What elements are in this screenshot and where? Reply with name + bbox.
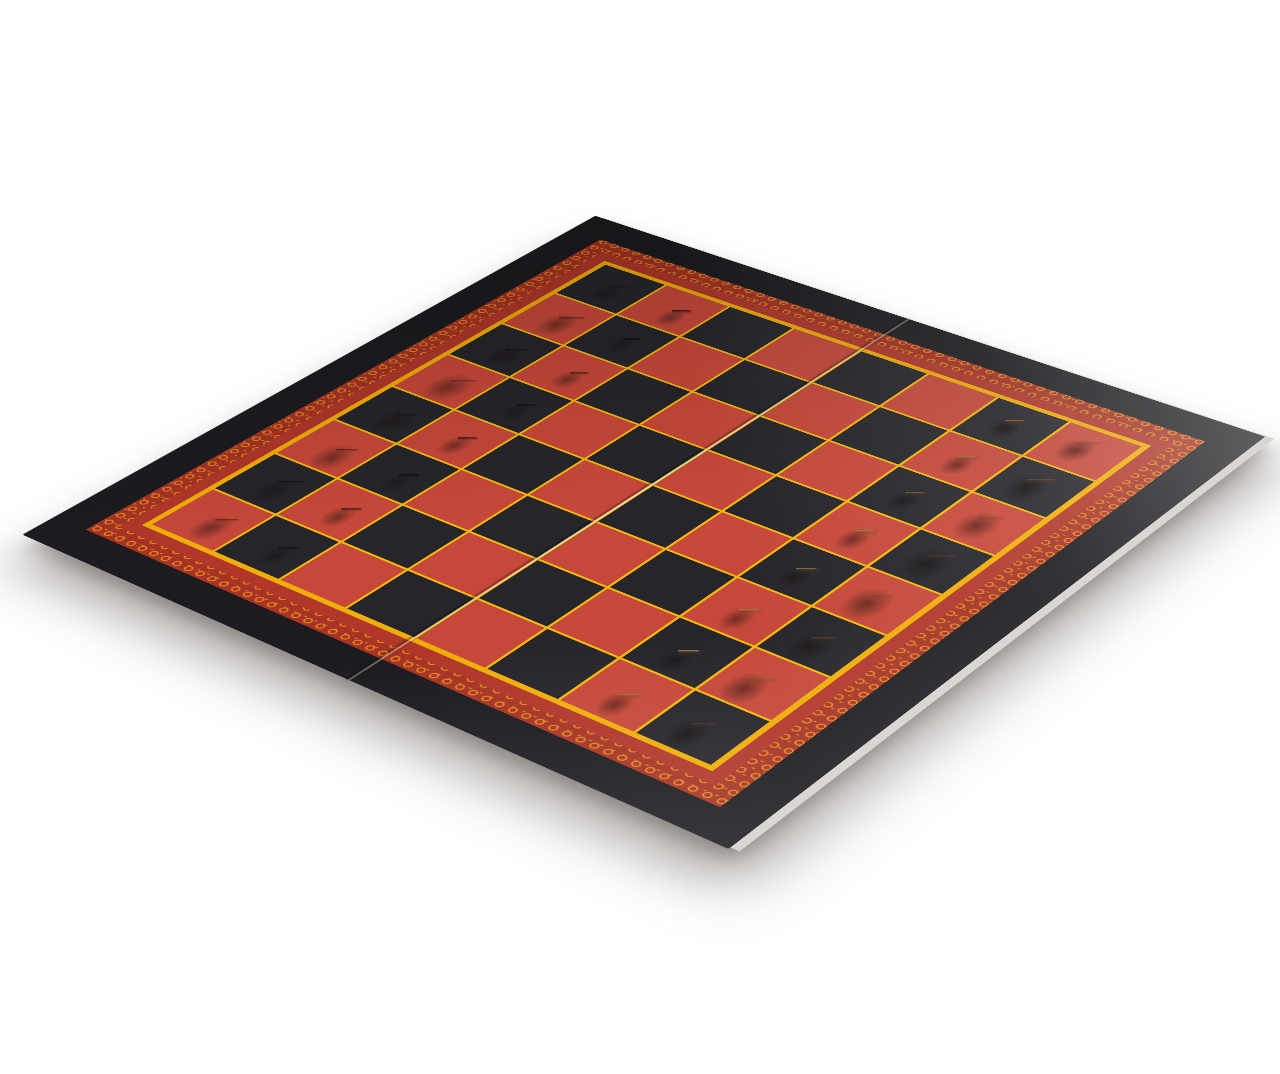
square-b5 [410,533,535,597]
square-a5 [347,571,474,638]
piece-glyph: ♟ [249,491,308,557]
square-c4 [539,523,663,587]
square-a4 [416,599,545,667]
square-b6 [343,506,466,569]
square-d4 [598,486,720,548]
piece-glyph: ♜ [178,450,250,531]
piece-glyph: ♟ [312,453,370,517]
piece-glyph: ♜ [650,648,730,737]
square-c5 [471,496,593,558]
square-b4 [479,560,605,626]
product-photo-scene: ♜♞♝♛♚♝♞♜♟♟♟♟♟♟♟♟♟♟♟♟♟♟♟♟♜♞♝♛♚♝♞♜ [0,0,1280,1074]
chess-board: ♜♞♝♛♚♝♞♜♟♟♟♟♟♟♟♟♟♟♟♟♟♟♟♟♜♞♝♛♚♝♞♜ [22,216,1265,849]
square-a6 [280,543,405,608]
piece-glyph: ♟ [586,634,649,704]
board-tilt-wrapper: ♜♞♝♛♚♝♞♜♟♟♟♟♟♟♟♟♟♟♟♟♟♟♟♟♜♞♝♛♚♝♞♜ [195,28,1109,942]
